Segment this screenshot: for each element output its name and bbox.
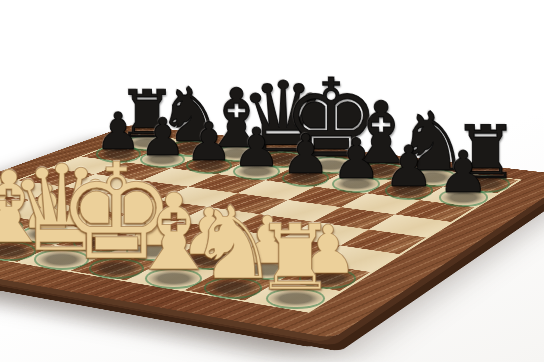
piece-black-pawn-e7[interactable]: ♟ bbox=[281, 127, 330, 182]
piece-black-pawn-d7[interactable]: ♟ bbox=[232, 122, 280, 176]
piece-white-rook-h1[interactable]: ♜ bbox=[255, 214, 336, 305]
chess-set-photo: ♜♞♝♛♚♝♞♜♟♟♟♟♟♟♟♟♟♟♟♟♟♟♟♟♜♞♝♛♚♝♞♜ bbox=[0, 0, 544, 362]
piece-black-pawn-h7[interactable]: ♟ bbox=[438, 144, 489, 201]
piece-black-pawn-g7[interactable]: ♟ bbox=[384, 138, 435, 194]
piece-black-pawn-f7[interactable]: ♟ bbox=[332, 132, 382, 187]
piece-black-pawn-c7[interactable]: ♟ bbox=[185, 116, 232, 169]
